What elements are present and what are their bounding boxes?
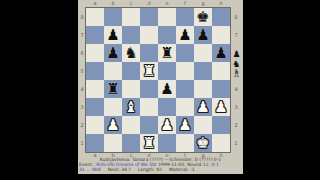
file-label-c: c <box>122 1 140 6</box>
square-e1 <box>158 134 176 152</box>
square-b7: ♟ <box>104 26 122 44</box>
square-f2: ♟ <box>176 116 194 134</box>
square-h7 <box>212 26 230 44</box>
square-f3 <box>176 98 194 116</box>
rank-label-5: 5 <box>79 62 85 80</box>
square-b6: ♟ <box>104 44 122 62</box>
file-labels-top: abcdefgh <box>86 1 230 6</box>
file-label-h: h <box>212 1 230 6</box>
next-move: Next: 34.? <box>108 167 131 172</box>
rank-label-1: 1 <box>233 134 239 152</box>
black-rook: ♜ <box>160 44 173 62</box>
square-e5 <box>158 62 176 80</box>
square-g7: ♟ <box>194 26 212 44</box>
file-label-b: b <box>104 1 122 6</box>
square-e8 <box>158 8 176 26</box>
file-label-f: f <box>176 1 194 6</box>
white-pawn: ♟ <box>214 98 227 116</box>
rank-label-3: 3 <box>79 98 85 116</box>
square-d4 <box>140 80 158 98</box>
square-c3: ♝ <box>122 98 140 116</box>
game-length: Length: 92 <box>138 167 162 172</box>
square-e7 <box>158 26 176 44</box>
square-h8 <box>212 8 230 26</box>
rank-label-8: 8 <box>79 8 85 26</box>
square-d2 <box>140 116 158 134</box>
letterbox-left <box>0 0 78 180</box>
black-pawn: ♟ <box>106 26 119 44</box>
material-balance: Material: -1 <box>169 167 195 172</box>
material-tray: ♟♞♗ <box>231 49 242 79</box>
square-e3 <box>158 98 176 116</box>
square-a1 <box>86 134 104 152</box>
square-b8 <box>104 8 122 26</box>
white-pawn: ♟ <box>196 98 209 116</box>
square-a8 <box>86 8 104 26</box>
square-f5 <box>176 62 194 80</box>
square-d5: ♜ <box>140 62 158 80</box>
square-f8 <box>176 8 194 26</box>
square-c8 <box>122 8 140 26</box>
square-f4 <box>176 80 194 98</box>
square-d3 <box>140 98 158 116</box>
rank-label-6: 6 <box>79 44 85 62</box>
square-h3: ♟ <box>212 98 230 116</box>
white-bishop-icon: ♗ <box>232 69 241 79</box>
square-c6: ♞ <box>122 44 140 62</box>
file-label-a: a <box>86 1 104 6</box>
square-e2: ♟ <box>158 116 176 134</box>
square-a5 <box>86 62 104 80</box>
square-g6 <box>194 44 212 62</box>
white-pawn: ♟ <box>178 116 191 134</box>
square-g8: ♚ <box>194 8 212 26</box>
square-f1 <box>176 134 194 152</box>
square-a2 <box>86 116 104 134</box>
chess-board: ♚♟♟♟♟♞♜♟♜♜♟♝♟♟♟♟♟♜♚ <box>85 7 231 153</box>
square-d8 <box>140 8 158 26</box>
rank-label-1: 1 <box>79 134 85 152</box>
square-h6: ♟ <box>212 44 230 62</box>
chess-diagram-panel: abcdefgh ♚♟♟♟♟♞♜♟♜♜♟♝♟♟♟♟♟♜♚ 87654321 87… <box>78 0 243 174</box>
letterbox-right <box>243 0 320 180</box>
square-a6 <box>86 44 104 62</box>
square-c5 <box>122 62 140 80</box>
game-status-line: 31 ... Rb4 Next: 34.? Length: 92 Materia… <box>79 167 242 172</box>
square-g1: ♚ <box>194 134 212 152</box>
black-pawn: ♟ <box>214 44 227 62</box>
rank-label-4: 4 <box>79 80 85 98</box>
square-e6: ♜ <box>158 44 176 62</box>
square-c4 <box>122 80 140 98</box>
rank-label-7: 7 <box>79 26 85 44</box>
square-g3: ♟ <box>194 98 212 116</box>
file-label-d: d <box>140 1 158 6</box>
black-pawn: ♟ <box>178 26 191 44</box>
square-c7 <box>122 26 140 44</box>
square-d1: ♜ <box>140 134 158 152</box>
square-f6 <box>176 44 194 62</box>
square-a4 <box>86 80 104 98</box>
square-a3 <box>86 98 104 116</box>
square-b4: ♜ <box>104 80 122 98</box>
square-c1 <box>122 134 140 152</box>
black-pawn-icon: ♟ <box>232 49 240 59</box>
file-label-g: g <box>194 1 212 6</box>
white-rook: ♜ <box>142 62 155 80</box>
square-h4 <box>212 80 230 98</box>
square-d7 <box>140 26 158 44</box>
white-pawn: ♟ <box>106 116 119 134</box>
square-a7 <box>86 26 104 44</box>
black-pawn: ♟ <box>196 26 209 44</box>
black-pawn: ♟ <box>106 44 119 62</box>
white-king: ♚ <box>196 134 209 152</box>
last-move: 31 ... Rb4 <box>79 167 101 172</box>
white-pawn: ♟ <box>160 116 173 134</box>
square-g5 <box>194 62 212 80</box>
rank-label-8: 8 <box>233 8 239 26</box>
square-b3 <box>104 98 122 116</box>
square-g4 <box>194 80 212 98</box>
square-h5 <box>212 62 230 80</box>
white-bishop: ♝ <box>124 98 137 116</box>
rank-label-7: 7 <box>233 26 239 44</box>
square-h1 <box>212 134 230 152</box>
black-pawn: ♟ <box>160 80 173 98</box>
square-b1 <box>104 134 122 152</box>
square-h2 <box>212 116 230 134</box>
square-d6 <box>140 44 158 62</box>
square-g2 <box>194 116 212 134</box>
square-e4: ♟ <box>158 80 176 98</box>
rank-label-3: 3 <box>233 98 239 116</box>
white-rook: ♜ <box>142 134 155 152</box>
black-rook: ♜ <box>106 80 119 98</box>
rank-label-2: 2 <box>79 116 85 134</box>
square-b5 <box>104 62 122 80</box>
square-b2: ♟ <box>104 116 122 134</box>
file-label-e: e <box>158 1 176 6</box>
black-king: ♚ <box>196 8 209 26</box>
rank-label-4: 4 <box>233 80 239 98</box>
square-f7: ♟ <box>176 26 194 44</box>
rank-labels-right: 87654321 <box>233 8 239 152</box>
black-knight: ♞ <box>124 44 137 62</box>
square-c2 <box>122 116 140 134</box>
rank-label-2: 2 <box>233 116 239 134</box>
rank-labels-left: 87654321 <box>79 8 85 152</box>
